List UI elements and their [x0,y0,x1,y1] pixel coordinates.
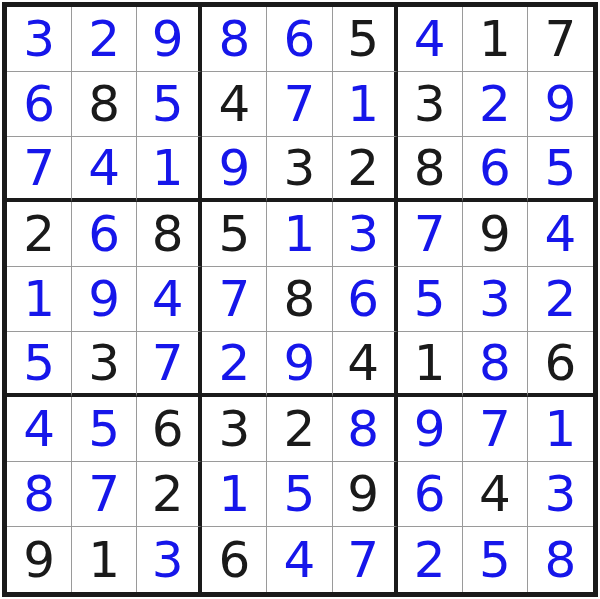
cell-r8c1[interactable]: 8 [7,462,72,527]
cell-r5c8[interactable]: 3 [463,267,528,332]
cell-r8c8[interactable]: 4 [463,462,528,527]
cell-r3c4[interactable]: 9 [202,137,267,202]
cell-r6c7[interactable]: 1 [398,332,463,397]
sudoku-board: 3298654176854713297419328652685137941947… [2,2,598,597]
cell-r7c6[interactable]: 8 [333,397,398,462]
cell-r8c2[interactable]: 7 [72,462,137,527]
cell-r2c7[interactable]: 3 [398,72,463,137]
cell-r4c1[interactable]: 2 [7,202,72,267]
cell-r7c3[interactable]: 6 [137,397,202,462]
cell-r5c6[interactable]: 6 [333,267,398,332]
cell-r3c5[interactable]: 3 [267,137,332,202]
cell-r1c3[interactable]: 9 [137,7,202,72]
cell-r1c6[interactable]: 5 [333,7,398,72]
cell-r7c4[interactable]: 3 [202,397,267,462]
cell-r8c7[interactable]: 6 [398,462,463,527]
cell-r8c6[interactable]: 9 [333,462,398,527]
cell-r7c2[interactable]: 5 [72,397,137,462]
cell-r7c7[interactable]: 9 [398,397,463,462]
cell-r6c2[interactable]: 3 [72,332,137,397]
cell-r4c6[interactable]: 3 [333,202,398,267]
cell-r9c2[interactable]: 1 [72,527,137,592]
cell-r2c6[interactable]: 1 [333,72,398,137]
cell-r8c9[interactable]: 3 [528,462,593,527]
cell-r3c1[interactable]: 7 [7,137,72,202]
cell-r9c8[interactable]: 5 [463,527,528,592]
cell-r9c7[interactable]: 2 [398,527,463,592]
cell-r2c1[interactable]: 6 [7,72,72,137]
cell-r4c8[interactable]: 9 [463,202,528,267]
cell-r7c9[interactable]: 1 [528,397,593,462]
cell-r3c3[interactable]: 1 [137,137,202,202]
cell-r8c5[interactable]: 5 [267,462,332,527]
cell-r9c6[interactable]: 7 [333,527,398,592]
cell-r9c9[interactable]: 8 [528,527,593,592]
cell-r8c4[interactable]: 1 [202,462,267,527]
cell-r1c1[interactable]: 3 [7,7,72,72]
cell-r5c1[interactable]: 1 [7,267,72,332]
cell-r6c5[interactable]: 9 [267,332,332,397]
cell-r5c5[interactable]: 8 [267,267,332,332]
cell-r2c2[interactable]: 8 [72,72,137,137]
cell-r2c8[interactable]: 2 [463,72,528,137]
cell-r3c8[interactable]: 6 [463,137,528,202]
cell-r2c3[interactable]: 5 [137,72,202,137]
cell-r6c8[interactable]: 8 [463,332,528,397]
cell-r6c1[interactable]: 5 [7,332,72,397]
cell-r9c3[interactable]: 3 [137,527,202,592]
cell-r6c6[interactable]: 4 [333,332,398,397]
cell-r5c3[interactable]: 4 [137,267,202,332]
cell-r3c7[interactable]: 8 [398,137,463,202]
cell-r5c4[interactable]: 7 [202,267,267,332]
cell-r2c4[interactable]: 4 [202,72,267,137]
cell-r1c9[interactable]: 7 [528,7,593,72]
cell-r6c4[interactable]: 2 [202,332,267,397]
cell-r3c9[interactable]: 5 [528,137,593,202]
cell-r1c4[interactable]: 8 [202,7,267,72]
cell-r5c2[interactable]: 9 [72,267,137,332]
cell-r1c7[interactable]: 4 [398,7,463,72]
cell-r4c2[interactable]: 6 [72,202,137,267]
cell-r4c3[interactable]: 8 [137,202,202,267]
cell-r3c6[interactable]: 2 [333,137,398,202]
cell-r7c1[interactable]: 4 [7,397,72,462]
cell-r7c5[interactable]: 2 [267,397,332,462]
cell-r3c2[interactable]: 4 [72,137,137,202]
cell-r1c5[interactable]: 6 [267,7,332,72]
cell-r4c7[interactable]: 7 [398,202,463,267]
cell-r7c8[interactable]: 7 [463,397,528,462]
cell-r5c7[interactable]: 5 [398,267,463,332]
cell-r6c9[interactable]: 6 [528,332,593,397]
cell-r1c8[interactable]: 1 [463,7,528,72]
cell-r5c9[interactable]: 2 [528,267,593,332]
cell-r4c4[interactable]: 5 [202,202,267,267]
cell-r4c9[interactable]: 4 [528,202,593,267]
cell-r8c3[interactable]: 2 [137,462,202,527]
cell-r2c5[interactable]: 7 [267,72,332,137]
cell-r9c5[interactable]: 4 [267,527,332,592]
cell-r6c3[interactable]: 7 [137,332,202,397]
cell-r9c1[interactable]: 9 [7,527,72,592]
cell-r1c2[interactable]: 2 [72,7,137,72]
cell-r4c5[interactable]: 1 [267,202,332,267]
cell-r2c9[interactable]: 9 [528,72,593,137]
cell-r9c4[interactable]: 6 [202,527,267,592]
